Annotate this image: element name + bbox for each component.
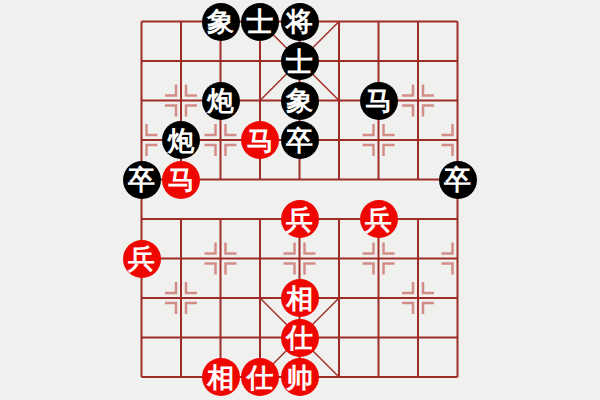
piece-red-pawn[interactable]: 兵 xyxy=(281,200,319,238)
point-mark xyxy=(363,124,374,135)
piece-red-elephant[interactable]: 相 xyxy=(202,358,240,396)
piece-black-pawn[interactable]: 卒 xyxy=(123,161,161,199)
xiangqi-board: 象士将士炮象马炮马卒卒马卒兵兵兵相仕相仕帅 xyxy=(0,0,600,400)
point-mark xyxy=(305,264,316,275)
point-mark xyxy=(226,124,237,135)
point-mark xyxy=(284,264,295,275)
piece-black-pawn[interactable]: 卒 xyxy=(439,161,477,199)
point-mark xyxy=(147,145,158,156)
point-mark xyxy=(147,124,158,135)
piece-black-pawn[interactable]: 卒 xyxy=(281,121,319,159)
point-mark xyxy=(284,243,295,254)
point-mark xyxy=(305,243,316,254)
piece-black-advisor[interactable]: 士 xyxy=(241,3,279,41)
point-mark xyxy=(402,85,413,96)
point-mark xyxy=(205,124,216,135)
piece-black-elephant[interactable]: 象 xyxy=(202,3,240,41)
point-mark xyxy=(423,282,434,293)
point-mark xyxy=(402,282,413,293)
point-mark xyxy=(226,145,237,156)
point-mark xyxy=(442,145,453,156)
point-mark xyxy=(186,282,197,293)
piece-red-horse[interactable]: 马 xyxy=(162,161,200,199)
point-mark xyxy=(165,303,176,314)
point-mark xyxy=(423,303,434,314)
point-mark xyxy=(384,264,395,275)
point-mark xyxy=(165,85,176,96)
point-mark xyxy=(442,124,453,135)
point-mark xyxy=(384,145,395,156)
point-mark xyxy=(165,282,176,293)
piece-red-elephant[interactable]: 相 xyxy=(281,279,319,317)
piece-black-general[interactable]: 将 xyxy=(281,3,319,41)
point-mark xyxy=(186,106,197,117)
point-mark xyxy=(186,303,197,314)
point-mark xyxy=(205,243,216,254)
point-mark xyxy=(384,243,395,254)
point-mark xyxy=(384,124,395,135)
point-mark xyxy=(205,145,216,156)
point-mark xyxy=(205,264,216,275)
point-mark xyxy=(402,106,413,117)
piece-red-horse[interactable]: 马 xyxy=(241,121,279,159)
point-mark xyxy=(226,264,237,275)
point-mark xyxy=(165,106,176,117)
piece-black-advisor[interactable]: 士 xyxy=(281,42,319,80)
point-mark xyxy=(363,264,374,275)
piece-black-cannon[interactable]: 炮 xyxy=(202,82,240,120)
point-mark xyxy=(363,243,374,254)
piece-red-general[interactable]: 帅 xyxy=(281,358,319,396)
piece-red-pawn[interactable]: 兵 xyxy=(360,200,398,238)
piece-red-advisor[interactable]: 仕 xyxy=(281,319,319,357)
point-mark xyxy=(402,303,413,314)
piece-black-cannon[interactable]: 炮 xyxy=(162,121,200,159)
point-mark xyxy=(442,243,453,254)
point-mark xyxy=(186,85,197,96)
point-mark xyxy=(226,243,237,254)
point-mark xyxy=(423,106,434,117)
piece-black-horse[interactable]: 马 xyxy=(360,82,398,120)
point-mark xyxy=(363,145,374,156)
piece-red-advisor[interactable]: 仕 xyxy=(241,358,279,396)
piece-red-pawn[interactable]: 兵 xyxy=(123,240,161,278)
point-mark xyxy=(442,264,453,275)
piece-black-elephant[interactable]: 象 xyxy=(281,82,319,120)
point-mark xyxy=(423,85,434,96)
